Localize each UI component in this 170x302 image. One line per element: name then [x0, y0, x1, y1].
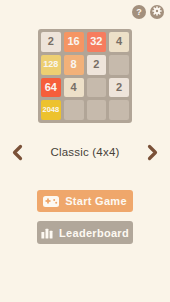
chevron-right-icon[interactable] [147, 144, 158, 161]
empty-cell [87, 78, 107, 98]
gamepad-icon [43, 196, 59, 207]
tile-4: 4 [109, 32, 129, 52]
mode-selector: Classic (4x4) [0, 142, 170, 162]
leaderboard-button[interactable]: Leaderboard [37, 221, 133, 244]
chevron-left-icon[interactable] [12, 144, 23, 161]
empty-cell [109, 55, 129, 75]
tile-128: 128 [41, 55, 61, 75]
tile-2048: 2048 [41, 100, 61, 120]
empty-cell [64, 100, 84, 120]
board-preview: 2163241288264422048 [38, 29, 132, 123]
tile-32: 32 [87, 32, 107, 52]
gear-icon [152, 6, 162, 18]
help-button[interactable]: ? [132, 5, 146, 19]
tile-16: 16 [64, 32, 84, 52]
settings-button[interactable] [150, 5, 164, 19]
tile-2: 2 [41, 32, 61, 52]
header-buttons: ? [132, 5, 164, 19]
start-game-label: Start Game [65, 195, 127, 207]
empty-cell [109, 100, 129, 120]
tile-4: 4 [64, 78, 84, 98]
bar-chart-icon [41, 227, 53, 239]
leaderboard-label: Leaderboard [59, 227, 129, 239]
start-game-button[interactable]: Start Game [37, 190, 133, 212]
empty-cell [87, 100, 107, 120]
question-mark-icon: ? [136, 8, 142, 17]
tile-2: 2 [109, 78, 129, 98]
tile-64: 64 [41, 78, 61, 98]
tile-8: 8 [64, 55, 84, 75]
mode-label: Classic (4x4) [23, 146, 147, 158]
app-2048-menu: ? 2163241288264422048 [0, 0, 170, 302]
tile-2: 2 [87, 55, 107, 75]
